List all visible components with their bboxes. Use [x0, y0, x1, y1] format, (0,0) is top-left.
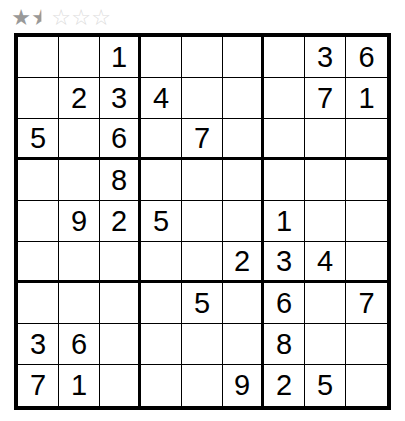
cell-r1c1[interactable] [18, 37, 59, 78]
star-empty-icon: ☆ [71, 6, 91, 30]
cell-r3c5[interactable]: 7 [182, 119, 223, 160]
cell-r1c3[interactable]: 1 [100, 37, 141, 78]
cell-r6c6[interactable]: 2 [223, 242, 264, 283]
cell-r9c5[interactable] [182, 365, 223, 406]
cell-r9c2[interactable]: 1 [59, 365, 100, 406]
star-half-icon: ★ [31, 6, 51, 30]
cell-digit: 5 [194, 289, 210, 318]
cell-r3c3[interactable]: 6 [100, 119, 141, 160]
difficulty-rating: ★★☆☆☆ [11, 6, 111, 30]
cell-r1c8[interactable]: 3 [305, 37, 346, 78]
cell-r7c1[interactable] [18, 283, 59, 324]
cell-r2c6[interactable] [223, 78, 264, 119]
star-outline-glyph: ☆ [51, 6, 71, 30]
cell-r3c1[interactable]: 5 [18, 119, 59, 160]
cell-r6c7[interactable]: 3 [264, 242, 305, 283]
cell-r5c1[interactable] [18, 201, 59, 242]
cell-digit: 7 [194, 124, 210, 153]
cell-digit: 4 [153, 84, 169, 113]
cell-digit: 9 [234, 371, 250, 400]
cell-digit: 5 [30, 124, 46, 153]
cell-r6c3[interactable] [100, 242, 141, 283]
sudoku-page: ★★☆☆☆ 136234715678925123456736871925 [0, 0, 405, 421]
cell-r5c4[interactable]: 5 [141, 201, 182, 242]
cell-r8c6[interactable] [223, 324, 264, 365]
cell-r5c3[interactable]: 2 [100, 201, 141, 242]
cell-r1c9[interactable]: 6 [346, 37, 387, 78]
cell-digit: 6 [71, 330, 87, 359]
cell-r1c5[interactable] [182, 37, 223, 78]
cell-r2c1[interactable] [18, 78, 59, 119]
star-glyph: ★ [11, 6, 31, 30]
cell-r8c5[interactable] [182, 324, 223, 365]
cell-r1c7[interactable] [264, 37, 305, 78]
cell-digit: 5 [153, 207, 169, 236]
cell-r2c8[interactable]: 7 [305, 78, 346, 119]
star-outline-glyph: ☆ [71, 6, 91, 30]
cell-digit: 3 [317, 43, 333, 72]
cell-r9c6[interactable]: 9 [223, 365, 264, 406]
cell-digit: 6 [358, 43, 374, 72]
cell-r7c9[interactable]: 7 [346, 283, 387, 324]
cell-r4c2[interactable] [59, 160, 100, 201]
cell-digit: 3 [276, 247, 292, 276]
star-outline-glyph: ☆ [91, 6, 111, 30]
cell-r4c5[interactable] [182, 160, 223, 201]
star-empty-icon: ☆ [51, 6, 71, 30]
cell-r2c9[interactable]: 1 [346, 78, 387, 119]
cell-r1c6[interactable] [223, 37, 264, 78]
cell-r9c4[interactable] [141, 365, 182, 406]
cell-r5c2[interactable]: 9 [59, 201, 100, 242]
cell-digit: 1 [71, 371, 87, 400]
cell-r6c2[interactable] [59, 242, 100, 283]
cell-r4c6[interactable] [223, 160, 264, 201]
cell-r4c4[interactable] [141, 160, 182, 201]
cell-r9c7[interactable]: 2 [264, 365, 305, 406]
cell-r4c7[interactable] [264, 160, 305, 201]
cell-r6c8[interactable]: 4 [305, 242, 346, 283]
cell-r7c2[interactable] [59, 283, 100, 324]
cell-r3c6[interactable] [223, 119, 264, 160]
cell-digit: 7 [30, 371, 46, 400]
cell-digit: 4 [317, 247, 333, 276]
cell-r9c9[interactable] [346, 365, 387, 406]
cell-r5c6[interactable] [223, 201, 264, 242]
cell-r4c9[interactable] [346, 160, 387, 201]
cell-r6c9[interactable] [346, 242, 387, 283]
cell-r7c3[interactable] [100, 283, 141, 324]
cell-r4c8[interactable] [305, 160, 346, 201]
cell-digit: 2 [234, 247, 250, 276]
cell-digit: 7 [317, 84, 333, 113]
cell-r3c9[interactable] [346, 119, 387, 160]
cell-r5c5[interactable] [182, 201, 223, 242]
cell-r9c3[interactable] [100, 365, 141, 406]
star-full-icon: ★ [11, 6, 31, 30]
cell-digit: 1 [111, 43, 127, 72]
cell-r2c4[interactable]: 4 [141, 78, 182, 119]
cell-r3c2[interactable] [59, 119, 100, 160]
cell-r1c4[interactable] [141, 37, 182, 78]
cell-r8c3[interactable] [100, 324, 141, 365]
cell-digit: 1 [358, 84, 374, 113]
cell-digit: 1 [276, 207, 292, 236]
cell-r5c8[interactable] [305, 201, 346, 242]
cell-digit: 3 [30, 330, 46, 359]
cell-r3c7[interactable] [264, 119, 305, 160]
star-empty-icon: ☆ [91, 6, 111, 30]
cell-r3c8[interactable] [305, 119, 346, 160]
cell-r9c1[interactable]: 7 [18, 365, 59, 406]
cell-r8c1[interactable]: 3 [18, 324, 59, 365]
cell-r2c2[interactable]: 2 [59, 78, 100, 119]
cell-digit: 3 [111, 84, 127, 113]
cell-r7c5[interactable]: 5 [182, 283, 223, 324]
star-half-glyph: ★ [31, 6, 51, 30]
cell-r8c4[interactable] [141, 324, 182, 365]
cell-r2c5[interactable] [182, 78, 223, 119]
cell-digit: 2 [111, 207, 127, 236]
sudoku-board: 136234715678925123456736871925 [14, 33, 391, 410]
cell-r4c3[interactable]: 8 [100, 160, 141, 201]
cell-r5c9[interactable] [346, 201, 387, 242]
cell-r9c8[interactable]: 5 [305, 365, 346, 406]
cell-r2c3[interactable]: 3 [100, 78, 141, 119]
cell-digit: 7 [358, 289, 374, 318]
cell-r7c4[interactable] [141, 283, 182, 324]
cell-r8c8[interactable] [305, 324, 346, 365]
cell-r8c9[interactable] [346, 324, 387, 365]
cell-digit: 5 [317, 371, 333, 400]
cell-digit: 9 [71, 207, 87, 236]
cell-digit: 8 [276, 330, 292, 359]
cell-r7c7[interactable]: 6 [264, 283, 305, 324]
cell-digit: 2 [276, 371, 292, 400]
cell-r6c5[interactable] [182, 242, 223, 283]
cell-r4c1[interactable] [18, 160, 59, 201]
cell-r7c6[interactable] [223, 283, 264, 324]
cell-r1c2[interactable] [59, 37, 100, 78]
cell-r2c7[interactable] [264, 78, 305, 119]
cell-digit: 8 [111, 166, 127, 195]
cell-r6c4[interactable] [141, 242, 182, 283]
cell-r5c7[interactable]: 1 [264, 201, 305, 242]
cell-r8c2[interactable]: 6 [59, 324, 100, 365]
cell-r7c8[interactable] [305, 283, 346, 324]
cell-r3c4[interactable] [141, 119, 182, 160]
cell-r6c1[interactable] [18, 242, 59, 283]
cell-digit: 6 [111, 124, 127, 153]
cell-digit: 6 [276, 289, 292, 318]
cell-digit: 2 [71, 84, 87, 113]
cell-r8c7[interactable]: 8 [264, 324, 305, 365]
